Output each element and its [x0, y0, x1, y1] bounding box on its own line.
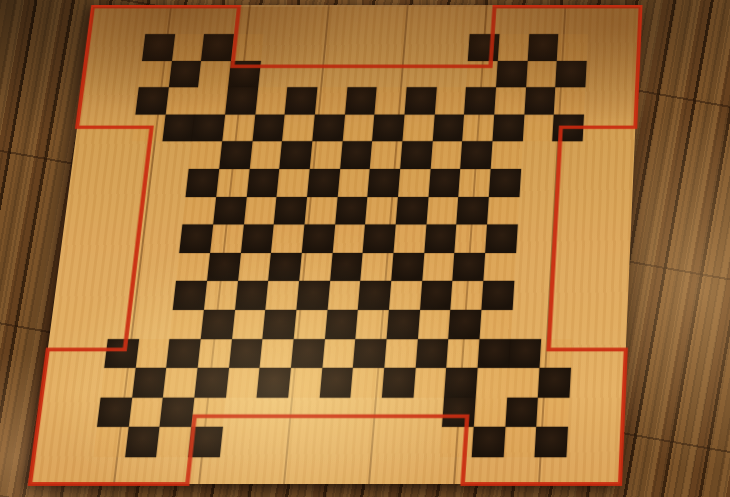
light-square [315, 87, 347, 114]
light-square [260, 339, 294, 368]
dark-square [173, 281, 207, 310]
light-square [426, 197, 458, 225]
light-square [198, 339, 232, 368]
light-square [474, 397, 507, 427]
dark-square [169, 61, 202, 88]
dark-square [457, 197, 489, 225]
plain-wood [545, 253, 577, 281]
dark-square [188, 427, 223, 457]
light-square [540, 339, 573, 368]
light-square [288, 368, 322, 397]
dark-square [268, 253, 301, 281]
dark-square [307, 169, 340, 197]
light-square [389, 281, 422, 310]
light-square [322, 339, 356, 368]
dark-square [444, 368, 477, 397]
light-square [255, 87, 288, 114]
light-square [226, 368, 260, 397]
light-square [455, 225, 487, 253]
light-square [507, 368, 540, 397]
plain-wood [549, 169, 581, 197]
plain-wood [516, 225, 548, 253]
plain-wood [409, 427, 443, 457]
dark-square [132, 368, 167, 397]
plain-wood [514, 253, 546, 281]
dark-square [207, 253, 241, 281]
dark-square [235, 281, 269, 310]
dark-square [160, 397, 195, 427]
dark-square [453, 253, 486, 281]
dark-square [524, 87, 555, 114]
light-square [483, 253, 515, 281]
light-square [537, 397, 570, 427]
light-square [299, 253, 332, 281]
dark-square [420, 281, 453, 310]
plain-wood [521, 142, 553, 169]
light-square [466, 61, 498, 88]
light-square [351, 368, 385, 397]
dark-square [372, 114, 404, 141]
dark-square [405, 87, 437, 114]
light-square [398, 169, 430, 197]
light-square [422, 253, 455, 281]
plain-wood [519, 169, 551, 197]
dark-square [391, 253, 424, 281]
light-square [522, 114, 554, 141]
plain-wood [438, 34, 470, 60]
light-square [361, 253, 394, 281]
dark-square [492, 114, 524, 141]
plain-wood [377, 61, 409, 88]
light-square [370, 142, 402, 169]
dark-square [104, 339, 139, 368]
plain-wood [379, 34, 411, 60]
plain-wood [115, 253, 149, 281]
light-square [294, 310, 328, 339]
dark-square [180, 225, 214, 253]
dark-square [263, 310, 297, 339]
dark-square [257, 368, 291, 397]
dark-square [505, 397, 538, 427]
light-square [165, 87, 198, 114]
light-square [231, 34, 263, 60]
game-board [30, 5, 641, 484]
plain-wood [347, 61, 379, 88]
light-square [451, 281, 484, 310]
dark-square [489, 169, 521, 197]
light-square [189, 142, 222, 169]
dark-square [241, 225, 274, 253]
dark-square [312, 114, 344, 141]
light-square [462, 114, 494, 141]
dark-square [509, 339, 542, 368]
dark-square [400, 142, 432, 169]
dark-square [340, 142, 372, 169]
dark-square [535, 427, 568, 457]
light-square [204, 281, 238, 310]
light-square [238, 253, 272, 281]
dark-square [142, 34, 175, 60]
dark-square [302, 225, 335, 253]
plain-wood [288, 61, 320, 88]
dark-square [449, 310, 482, 339]
dark-square [194, 368, 228, 397]
light-square [195, 87, 228, 114]
light-square [494, 87, 526, 114]
plain-wood [548, 197, 580, 225]
dark-square [368, 169, 400, 197]
light-square [277, 169, 310, 197]
plain-wood [510, 310, 543, 339]
dark-square [201, 310, 235, 339]
dark-square [201, 34, 234, 60]
dark-square [252, 114, 285, 141]
dark-square [527, 34, 558, 60]
dark-square [274, 197, 307, 225]
plain-wood [251, 427, 285, 457]
plain-wood [159, 142, 192, 169]
light-square [356, 310, 389, 339]
plain-wood [219, 427, 254, 457]
plain-wood [122, 197, 156, 225]
plain-wood [350, 34, 382, 60]
dark-square [330, 253, 363, 281]
light-square [557, 34, 588, 60]
plain-wood [517, 197, 549, 225]
dark-square [219, 142, 252, 169]
dark-square [186, 169, 219, 197]
light-square [170, 310, 204, 339]
plain-wood [377, 427, 411, 457]
light-square [310, 142, 343, 169]
photo-scene [0, 0, 730, 497]
dark-square [363, 225, 396, 253]
dark-square [325, 310, 358, 339]
dark-square [319, 368, 353, 397]
plain-wood [541, 310, 573, 339]
light-square [375, 87, 407, 114]
plain-wood [152, 197, 186, 225]
light-square [271, 225, 304, 253]
light-square [222, 114, 255, 141]
dark-square [538, 368, 571, 397]
plain-wood [512, 281, 544, 310]
dark-square [229, 339, 263, 368]
light-square [304, 197, 337, 225]
light-square [332, 225, 365, 253]
light-square [459, 169, 491, 197]
light-square [249, 142, 282, 169]
light-square [487, 197, 519, 225]
dark-square [192, 114, 225, 141]
dark-square [296, 281, 329, 310]
dark-square [468, 34, 499, 60]
dark-square [382, 368, 415, 397]
plain-wood [317, 397, 351, 427]
plain-wood [283, 427, 317, 457]
dark-square [396, 197, 429, 225]
dark-square [280, 142, 313, 169]
light-square [402, 114, 434, 141]
checkerboard-pattern [93, 34, 588, 457]
dark-square [285, 87, 317, 114]
light-square [554, 87, 585, 114]
light-square [384, 339, 417, 368]
dark-square [424, 225, 457, 253]
dark-square [556, 61, 587, 88]
dark-square [478, 339, 511, 368]
dark-square [464, 87, 496, 114]
light-square [491, 142, 523, 169]
dark-square [387, 310, 420, 339]
plain-wood [346, 427, 380, 457]
plain-wood [290, 34, 322, 60]
dark-square [97, 397, 132, 427]
light-square [101, 368, 136, 397]
light-square [282, 114, 315, 141]
light-square [156, 427, 191, 457]
light-square [128, 397, 163, 427]
light-square [342, 114, 374, 141]
light-square [434, 87, 466, 114]
plain-wood [411, 397, 444, 427]
plain-wood [258, 61, 290, 88]
plain-wood [285, 397, 319, 427]
dark-square [460, 142, 492, 169]
dark-square [291, 339, 325, 368]
light-square [430, 142, 462, 169]
light-square [440, 427, 473, 457]
light-square [393, 225, 426, 253]
dark-square [162, 114, 195, 141]
dark-square [481, 281, 514, 310]
light-square [413, 368, 446, 397]
dark-square [353, 339, 386, 368]
light-square [172, 34, 205, 60]
plain-wood [317, 61, 349, 88]
light-square [176, 253, 210, 281]
plain-wood [142, 281, 176, 310]
light-square [418, 310, 451, 339]
light-square [446, 339, 479, 368]
dark-square [246, 169, 279, 197]
light-square [498, 34, 529, 60]
plain-wood [261, 34, 293, 60]
light-square [476, 368, 509, 397]
plain-wood [348, 397, 382, 427]
plain-wood [380, 397, 414, 427]
light-square [337, 169, 370, 197]
light-square [183, 197, 216, 225]
plain-wood [546, 225, 578, 253]
plain-wood [111, 281, 145, 310]
light-square [163, 368, 197, 397]
light-square [191, 397, 225, 427]
plain-wood [407, 61, 439, 88]
light-square [198, 61, 231, 88]
dark-square [345, 87, 377, 114]
plain-wood [543, 281, 575, 310]
dark-square [135, 87, 168, 114]
plain-wood [108, 310, 142, 339]
plain-wood [118, 225, 152, 253]
light-square [266, 281, 300, 310]
plain-wood [149, 225, 183, 253]
light-square [526, 61, 557, 88]
light-square [139, 61, 172, 88]
plain-wood [320, 34, 352, 60]
dark-square [358, 281, 391, 310]
plain-wood [223, 397, 257, 427]
light-square [503, 427, 536, 457]
light-square [210, 225, 243, 253]
dark-square [125, 427, 160, 457]
plain-wood [146, 253, 180, 281]
dark-square [428, 169, 460, 197]
plain-wood [436, 61, 468, 88]
dark-square [225, 87, 258, 114]
dark-square [166, 339, 200, 368]
plain-wood [254, 397, 288, 427]
light-square [232, 310, 266, 339]
plain-wood [409, 34, 441, 60]
light-square [216, 169, 249, 197]
dark-square [335, 197, 368, 225]
dark-square [485, 225, 517, 253]
light-square [132, 114, 165, 141]
dark-square [496, 61, 527, 88]
dark-square [472, 427, 505, 457]
light-square [135, 339, 169, 368]
light-square [244, 197, 277, 225]
dark-square [442, 397, 475, 427]
light-square [365, 197, 398, 225]
light-square [93, 427, 128, 457]
dark-square [553, 114, 584, 141]
dark-square [228, 61, 261, 88]
dark-square [432, 114, 464, 141]
dark-square [213, 197, 246, 225]
light-square [480, 310, 513, 339]
plain-wood [139, 310, 173, 339]
plain-wood [125, 169, 159, 197]
light-square [327, 281, 360, 310]
plain-wood [551, 142, 583, 169]
plain-wood [314, 427, 348, 457]
dark-square [415, 339, 448, 368]
plain-wood [156, 169, 189, 197]
plain-wood [129, 142, 162, 169]
